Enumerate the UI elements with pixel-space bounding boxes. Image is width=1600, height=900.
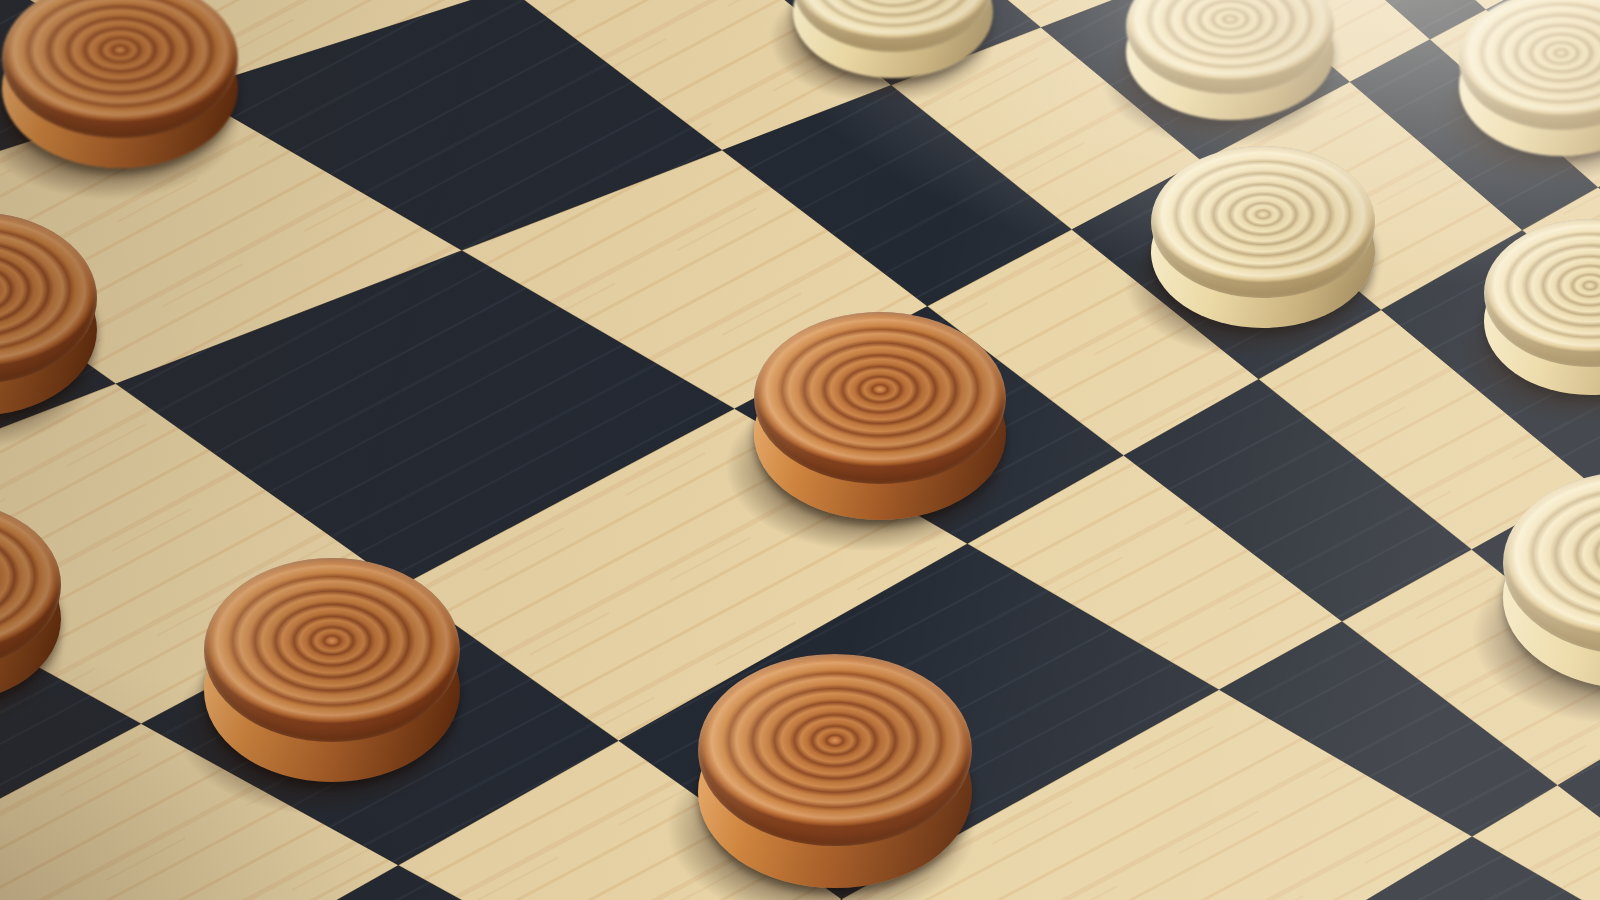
pieces-layer bbox=[0, 0, 1600, 900]
checker-cream-man[interactable] bbox=[1126, 0, 1334, 120]
checker-red-brown-man[interactable] bbox=[698, 654, 972, 888]
checkers-board-photo bbox=[0, 0, 1600, 900]
checker-cream-man[interactable] bbox=[1484, 219, 1600, 395]
checker-red-brown-man[interactable] bbox=[204, 558, 460, 782]
checker-red-brown-man[interactable] bbox=[754, 312, 1006, 520]
piece-top-rings bbox=[1151, 146, 1375, 298]
checker-red-brown-man[interactable] bbox=[2, 0, 238, 168]
piece-top-rings bbox=[204, 558, 460, 742]
piece-top-rings bbox=[698, 654, 972, 846]
checker-red-brown-man[interactable] bbox=[0, 212, 97, 416]
checker-cream-man[interactable] bbox=[1151, 146, 1375, 328]
checker-cream-man[interactable] bbox=[793, 0, 993, 78]
piece-top-rings bbox=[754, 312, 1006, 484]
checker-cream-man[interactable] bbox=[1459, 0, 1600, 156]
checker-cream-man[interactable] bbox=[1503, 471, 1600, 689]
checker-red-brown-man[interactable] bbox=[0, 501, 61, 703]
